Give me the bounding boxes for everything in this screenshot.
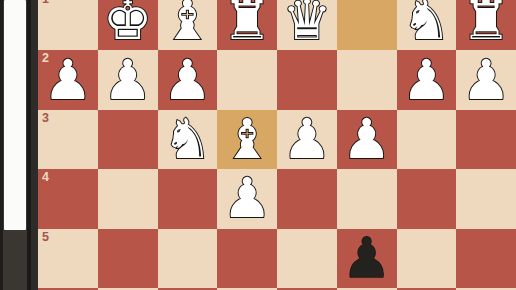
white-queen[interactable]: ♛ (282, 0, 331, 48)
white-bishop[interactable]: ♝ (222, 112, 271, 167)
square-h2[interactable]: 2♟ (38, 50, 98, 109)
app-window: 1♚♝♜♛♞♜2♟♟♟♟♟3♞♝♟♟4♟5♟678 (0, 0, 516, 290)
rank-label-1: 1 (42, 0, 49, 6)
square-d3[interactable]: ♟ (277, 110, 337, 169)
square-b1[interactable]: ♞ (397, 0, 457, 50)
square-f4[interactable] (158, 169, 218, 228)
square-d4[interactable] (277, 169, 337, 228)
square-h1[interactable]: 1 (38, 0, 98, 50)
square-a3[interactable] (456, 110, 516, 169)
square-d2[interactable] (277, 50, 337, 109)
square-g4[interactable] (98, 169, 158, 228)
white-rook[interactable]: ♜ (222, 0, 271, 48)
square-h5[interactable]: 5 (38, 229, 98, 288)
white-pawn[interactable]: ♟ (222, 171, 271, 226)
square-c4[interactable] (337, 169, 397, 228)
rank-label-4: 4 (42, 171, 49, 184)
square-g2[interactable]: ♟ (98, 50, 158, 109)
white-pawn[interactable]: ♟ (282, 112, 331, 167)
square-h4[interactable]: 4 (38, 169, 98, 228)
square-c2[interactable] (337, 50, 397, 109)
square-f1[interactable]: ♝ (158, 0, 218, 50)
square-d1[interactable]: ♛ (277, 0, 337, 50)
white-pawn[interactable]: ♟ (402, 53, 451, 108)
chess-board[interactable]: 1♚♝♜♛♞♜2♟♟♟♟♟3♞♝♟♟4♟5♟678 (38, 0, 516, 290)
white-knight[interactable]: ♞ (402, 0, 451, 48)
square-f2[interactable]: ♟ (158, 50, 218, 109)
square-a5[interactable] (456, 229, 516, 288)
scrollbar-thumb[interactable] (4, 0, 26, 230)
square-h3[interactable]: 3 (38, 110, 98, 169)
square-e1[interactable]: ♜ (217, 0, 277, 50)
square-a1[interactable]: ♜ (456, 0, 516, 50)
square-e3[interactable]: ♝ (217, 110, 277, 169)
rank-label-5: 5 (42, 231, 49, 244)
square-g5[interactable] (98, 229, 158, 288)
square-c5[interactable]: ♟ (337, 229, 397, 288)
white-bishop[interactable]: ♝ (163, 0, 212, 48)
square-e2[interactable] (217, 50, 277, 109)
square-g3[interactable] (98, 110, 158, 169)
white-pawn[interactable]: ♟ (461, 53, 510, 108)
square-a4[interactable] (456, 169, 516, 228)
white-pawn[interactable]: ♟ (163, 53, 212, 108)
square-c3[interactable]: ♟ (337, 110, 397, 169)
square-e4[interactable]: ♟ (217, 169, 277, 228)
square-b5[interactable] (397, 229, 457, 288)
square-f5[interactable] (158, 229, 218, 288)
scrollbar-track[interactable] (0, 0, 38, 290)
square-a2[interactable]: ♟ (456, 50, 516, 109)
square-c1[interactable] (337, 0, 397, 50)
white-rook[interactable]: ♜ (461, 0, 510, 48)
white-knight[interactable]: ♞ (163, 112, 212, 167)
square-b2[interactable]: ♟ (397, 50, 457, 109)
square-f3[interactable]: ♞ (158, 110, 218, 169)
white-pawn[interactable]: ♟ (103, 53, 152, 108)
square-d5[interactable] (277, 229, 337, 288)
square-b4[interactable] (397, 169, 457, 228)
square-g1[interactable]: ♚ (98, 0, 158, 50)
white-king[interactable]: ♚ (103, 0, 152, 48)
square-e5[interactable] (217, 229, 277, 288)
white-pawn[interactable]: ♟ (342, 112, 391, 167)
white-pawn[interactable]: ♟ (43, 53, 92, 108)
square-b3[interactable] (397, 110, 457, 169)
rank-label-3: 3 (42, 112, 49, 125)
black-pawn[interactable]: ♟ (342, 231, 391, 286)
